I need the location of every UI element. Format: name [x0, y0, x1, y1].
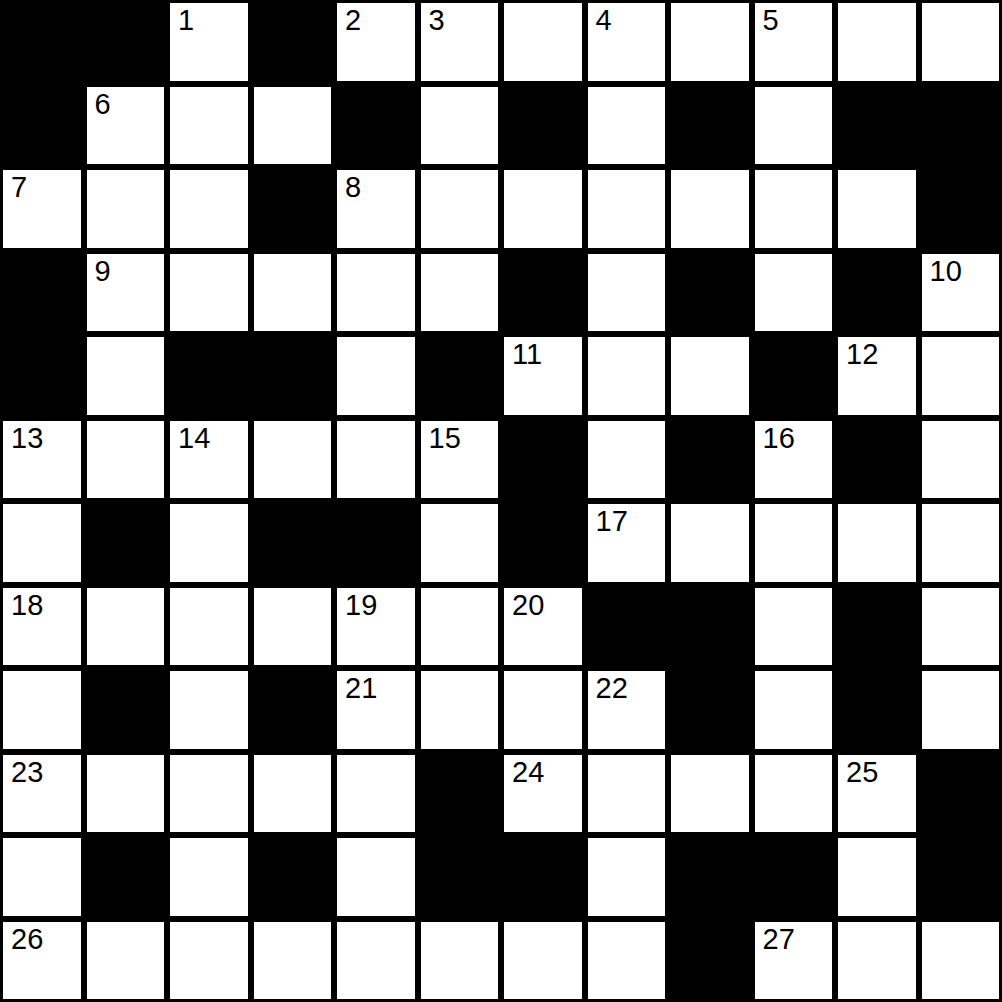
clue-number: 25 — [846, 756, 878, 789]
black-cell — [251, 668, 335, 752]
white-cell[interactable] — [919, 919, 1002, 1002]
black-cell — [668, 84, 752, 168]
white-cell[interactable]: 23 — [0, 752, 84, 836]
white-cell[interactable] — [919, 585, 1002, 669]
white-cell[interactable]: 24 — [501, 752, 585, 836]
white-cell[interactable]: 8 — [334, 167, 418, 251]
white-cell[interactable] — [84, 418, 168, 502]
black-cell — [84, 501, 168, 585]
white-cell[interactable] — [835, 167, 919, 251]
clue-number: 24 — [512, 756, 544, 789]
black-cell — [0, 334, 84, 418]
white-cell[interactable] — [84, 752, 168, 836]
clue-number: 3 — [429, 4, 445, 37]
black-cell — [668, 251, 752, 335]
white-cell[interactable] — [919, 334, 1002, 418]
white-cell[interactable] — [501, 668, 585, 752]
white-cell[interactable] — [167, 919, 251, 1002]
black-cell — [84, 668, 168, 752]
clue-number: 18 — [11, 589, 43, 622]
clue-number: 21 — [345, 672, 377, 705]
black-cell — [835, 251, 919, 335]
clue-number: 7 — [11, 171, 27, 204]
white-cell[interactable] — [752, 668, 836, 752]
black-cell — [251, 334, 335, 418]
white-cell[interactable] — [752, 84, 836, 168]
white-cell[interactable] — [835, 835, 919, 919]
clue-number: 23 — [11, 756, 43, 789]
white-cell[interactable] — [668, 0, 752, 84]
white-cell[interactable] — [585, 84, 669, 168]
white-cell[interactable]: 7 — [0, 167, 84, 251]
black-cell — [919, 835, 1002, 919]
white-cell[interactable] — [418, 84, 502, 168]
white-cell[interactable]: 12 — [835, 334, 919, 418]
white-cell[interactable] — [919, 501, 1002, 585]
black-cell — [418, 334, 502, 418]
white-cell[interactable]: 11 — [501, 334, 585, 418]
white-cell[interactable]: 18 — [0, 585, 84, 669]
white-cell[interactable] — [835, 0, 919, 84]
clue-number: 1 — [178, 4, 194, 37]
white-cell[interactable]: 20 — [501, 585, 585, 669]
white-cell[interactable] — [835, 919, 919, 1002]
white-cell[interactable] — [334, 835, 418, 919]
white-cell[interactable] — [585, 334, 669, 418]
black-cell — [501, 418, 585, 502]
clue-number: 9 — [95, 255, 111, 288]
white-cell[interactable]: 2 — [334, 0, 418, 84]
black-cell — [251, 501, 335, 585]
black-cell — [0, 0, 84, 84]
black-cell — [668, 919, 752, 1002]
black-cell — [668, 418, 752, 502]
white-cell[interactable] — [167, 167, 251, 251]
white-cell[interactable]: 21 — [334, 668, 418, 752]
white-cell[interactable] — [585, 752, 669, 836]
clue-number: 10 — [930, 255, 962, 288]
white-cell[interactable]: 4 — [585, 0, 669, 84]
white-cell[interactable] — [418, 251, 502, 335]
white-cell[interactable] — [84, 167, 168, 251]
white-cell[interactable] — [167, 84, 251, 168]
black-cell — [334, 84, 418, 168]
white-cell[interactable] — [334, 334, 418, 418]
black-cell — [251, 835, 335, 919]
clue-number: 14 — [178, 422, 210, 455]
white-cell[interactable] — [585, 167, 669, 251]
clue-number: 12 — [846, 338, 878, 371]
white-cell[interactable] — [84, 585, 168, 669]
white-cell[interactable] — [251, 84, 335, 168]
black-cell — [835, 418, 919, 502]
white-cell[interactable] — [334, 251, 418, 335]
white-cell[interactable] — [167, 752, 251, 836]
white-cell[interactable] — [167, 585, 251, 669]
white-cell[interactable] — [919, 0, 1002, 84]
white-cell[interactable] — [251, 752, 335, 836]
white-cell[interactable]: 14 — [167, 418, 251, 502]
clue-number: 6 — [95, 88, 111, 121]
white-cell[interactable] — [251, 418, 335, 502]
white-cell[interactable] — [334, 752, 418, 836]
black-cell — [84, 835, 168, 919]
clue-number: 2 — [345, 4, 361, 37]
black-cell — [501, 84, 585, 168]
white-cell[interactable] — [418, 501, 502, 585]
black-cell — [668, 585, 752, 669]
white-cell[interactable] — [835, 501, 919, 585]
white-cell[interactable] — [752, 752, 836, 836]
white-cell[interactable] — [0, 668, 84, 752]
white-cell[interactable] — [84, 334, 168, 418]
white-cell[interactable]: 16 — [752, 418, 836, 502]
clue-number: 15 — [429, 422, 461, 455]
white-cell[interactable] — [0, 501, 84, 585]
white-cell[interactable] — [752, 585, 836, 669]
black-cell — [835, 585, 919, 669]
white-cell[interactable] — [418, 167, 502, 251]
black-cell — [84, 0, 168, 84]
clue-number: 13 — [11, 422, 43, 455]
clue-number: 22 — [596, 672, 628, 705]
clue-number: 26 — [11, 923, 43, 956]
black-cell — [501, 835, 585, 919]
white-cell[interactable]: 15 — [418, 418, 502, 502]
clue-number: 11 — [512, 338, 542, 371]
white-cell[interactable]: 10 — [919, 251, 1002, 335]
clue-number: 5 — [763, 4, 779, 37]
white-cell[interactable] — [84, 919, 168, 1002]
black-cell — [418, 835, 502, 919]
white-cell[interactable] — [585, 251, 669, 335]
crossword-grid: 1234567891011121314151617181920212223242… — [0, 0, 1002, 1002]
white-cell[interactable]: 26 — [0, 919, 84, 1002]
black-cell — [167, 334, 251, 418]
white-cell[interactable]: 19 — [334, 585, 418, 669]
white-cell[interactable] — [334, 418, 418, 502]
black-cell — [334, 501, 418, 585]
white-cell[interactable] — [0, 835, 84, 919]
black-cell — [251, 167, 335, 251]
white-cell[interactable] — [919, 668, 1002, 752]
white-cell[interactable] — [752, 167, 836, 251]
white-cell[interactable]: 1 — [167, 0, 251, 84]
black-cell — [919, 167, 1002, 251]
white-cell[interactable]: 9 — [84, 251, 168, 335]
white-cell[interactable] — [418, 585, 502, 669]
black-cell — [585, 585, 669, 669]
white-cell[interactable] — [668, 501, 752, 585]
white-cell[interactable] — [668, 752, 752, 836]
clue-number: 16 — [763, 422, 795, 455]
white-cell[interactable] — [501, 167, 585, 251]
clue-number: 27 — [763, 923, 795, 956]
white-cell[interactable] — [167, 835, 251, 919]
black-cell — [668, 668, 752, 752]
white-cell[interactable] — [501, 0, 585, 84]
white-cell[interactable] — [418, 668, 502, 752]
white-cell[interactable] — [752, 501, 836, 585]
white-cell[interactable] — [334, 919, 418, 1002]
white-cell[interactable] — [167, 501, 251, 585]
white-cell[interactable] — [668, 167, 752, 251]
clue-number: 17 — [596, 505, 628, 538]
white-cell[interactable] — [585, 919, 669, 1002]
white-cell[interactable]: 3 — [418, 0, 502, 84]
white-cell[interactable] — [167, 668, 251, 752]
clue-number: 8 — [345, 171, 361, 204]
white-cell[interactable] — [501, 919, 585, 1002]
black-cell — [0, 84, 84, 168]
black-cell — [0, 251, 84, 335]
white-cell[interactable] — [251, 919, 335, 1002]
white-cell[interactable] — [251, 585, 335, 669]
white-cell[interactable] — [167, 251, 251, 335]
clue-number: 20 — [512, 589, 544, 622]
white-cell[interactable] — [752, 251, 836, 335]
white-cell[interactable] — [418, 919, 502, 1002]
white-cell[interactable] — [585, 835, 669, 919]
white-cell[interactable]: 5 — [752, 0, 836, 84]
clue-number: 19 — [345, 589, 377, 622]
black-cell — [668, 835, 752, 919]
black-cell — [919, 84, 1002, 168]
black-cell — [752, 334, 836, 418]
black-cell — [919, 752, 1002, 836]
white-cell[interactable]: 13 — [0, 418, 84, 502]
white-cell[interactable] — [668, 334, 752, 418]
white-cell[interactable] — [585, 418, 669, 502]
white-cell[interactable]: 25 — [835, 752, 919, 836]
black-cell — [835, 84, 919, 168]
black-cell — [418, 752, 502, 836]
white-cell[interactable]: 27 — [752, 919, 836, 1002]
white-cell[interactable]: 17 — [585, 501, 669, 585]
black-cell — [251, 0, 335, 84]
black-cell — [835, 668, 919, 752]
white-cell[interactable] — [251, 251, 335, 335]
black-cell — [501, 251, 585, 335]
white-cell[interactable]: 6 — [84, 84, 168, 168]
black-cell — [501, 501, 585, 585]
black-cell — [752, 835, 836, 919]
white-cell[interactable] — [919, 418, 1002, 502]
clue-number: 4 — [596, 4, 612, 37]
white-cell[interactable]: 22 — [585, 668, 669, 752]
